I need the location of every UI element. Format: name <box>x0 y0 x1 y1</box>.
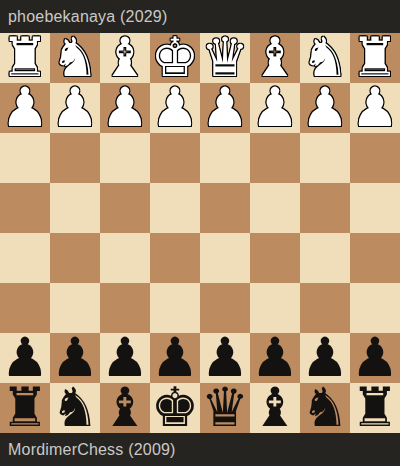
piece-bR-a8[interactable]: ♜ <box>351 383 399 433</box>
square-a4[interactable] <box>350 183 400 233</box>
piece-bQ-d8[interactable]: ♛ <box>201 383 249 433</box>
square-c2[interactable]: ♟ <box>250 83 300 133</box>
square-g8[interactable]: ♞ <box>50 383 100 433</box>
top-player-label: phoebekanaya (2029) <box>8 8 167 26</box>
square-f4[interactable] <box>100 183 150 233</box>
piece-bN-b8[interactable]: ♞ <box>301 383 349 433</box>
piece-bB-c8[interactable]: ♝ <box>251 383 299 433</box>
piece-wP-d2[interactable]: ♟ <box>201 83 249 133</box>
square-h4[interactable] <box>0 183 50 233</box>
piece-wP-g2[interactable]: ♟ <box>51 83 99 133</box>
square-b5[interactable] <box>300 233 350 283</box>
square-a3[interactable] <box>350 133 400 183</box>
square-a2[interactable]: ♟ <box>350 83 400 133</box>
square-c3[interactable] <box>250 133 300 183</box>
square-d5[interactable] <box>200 233 250 283</box>
square-b4[interactable] <box>300 183 350 233</box>
piece-wP-b2[interactable]: ♟ <box>301 83 349 133</box>
square-h8[interactable]: ♜ <box>0 383 50 433</box>
piece-wP-a2[interactable]: ♟ <box>351 83 399 133</box>
square-f5[interactable] <box>100 233 150 283</box>
piece-bN-g8[interactable]: ♞ <box>51 383 99 433</box>
chess-board: ♜♞♝♚♛♝♞♜♟♟♟♟♟♟♟♟♟♟♟♟♟♟♟♟♜♞♝♚♛♝♞♜ <box>0 33 400 433</box>
piece-wP-f2[interactable]: ♟ <box>101 83 149 133</box>
square-f8[interactable]: ♝ <box>100 383 150 433</box>
square-c8[interactable]: ♝ <box>250 383 300 433</box>
square-h2[interactable]: ♟ <box>0 83 50 133</box>
square-e4[interactable] <box>150 183 200 233</box>
square-e2[interactable]: ♟ <box>150 83 200 133</box>
square-a5[interactable] <box>350 233 400 283</box>
square-d4[interactable] <box>200 183 250 233</box>
piece-bK-e8[interactable]: ♚ <box>151 383 199 433</box>
bottom-player-label: MordimerChess (2009) <box>8 441 176 459</box>
square-d3[interactable] <box>200 133 250 183</box>
square-g2[interactable]: ♟ <box>50 83 100 133</box>
piece-bB-f8[interactable]: ♝ <box>101 383 149 433</box>
square-b3[interactable] <box>300 133 350 183</box>
piece-wP-c2[interactable]: ♟ <box>251 83 299 133</box>
square-h3[interactable] <box>0 133 50 183</box>
square-d8[interactable]: ♛ <box>200 383 250 433</box>
square-a8[interactable]: ♜ <box>350 383 400 433</box>
square-f3[interactable] <box>100 133 150 183</box>
square-f2[interactable]: ♟ <box>100 83 150 133</box>
square-g4[interactable] <box>50 183 100 233</box>
square-d2[interactable]: ♟ <box>200 83 250 133</box>
square-e5[interactable] <box>150 233 200 283</box>
square-c4[interactable] <box>250 183 300 233</box>
square-b8[interactable]: ♞ <box>300 383 350 433</box>
bottom-player-bar: MordimerChess (2009) <box>0 433 400 466</box>
square-g3[interactable] <box>50 133 100 183</box>
game-window: phoebekanaya (2029) ♜♞♝♚♛♝♞♜♟♟♟♟♟♟♟♟♟♟♟♟… <box>0 0 400 466</box>
square-e3[interactable] <box>150 133 200 183</box>
piece-bR-h8[interactable]: ♜ <box>1 383 49 433</box>
piece-wP-e2[interactable]: ♟ <box>151 83 199 133</box>
square-c5[interactable] <box>250 233 300 283</box>
square-e8[interactable]: ♚ <box>150 383 200 433</box>
square-g5[interactable] <box>50 233 100 283</box>
square-b2[interactable]: ♟ <box>300 83 350 133</box>
square-h5[interactable] <box>0 233 50 283</box>
piece-wP-h2[interactable]: ♟ <box>1 83 49 133</box>
